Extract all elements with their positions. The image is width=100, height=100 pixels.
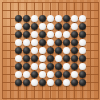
white-stone[interactable] [39,23,46,30]
grid-line [90,2,91,99]
black-stone[interactable] [63,71,70,78]
black-stone[interactable] [15,31,22,38]
white-stone[interactable] [31,63,38,70]
white-stone[interactable] [47,23,54,30]
white-stone[interactable] [63,31,70,38]
white-stone[interactable] [39,63,46,70]
white-stone[interactable] [47,79,54,86]
white-stone[interactable] [47,39,54,46]
black-stone[interactable] [39,31,46,38]
grid-line [2,90,99,91]
black-stone[interactable] [79,71,86,78]
black-stone[interactable] [71,39,78,46]
white-stone[interactable] [39,55,46,62]
white-stone[interactable] [31,39,38,46]
black-stone[interactable] [55,23,62,30]
black-stone[interactable] [47,55,54,62]
black-stone[interactable] [31,55,38,62]
white-stone[interactable] [23,71,30,78]
black-stone[interactable] [71,31,78,38]
white-stone[interactable] [63,47,70,54]
black-stone[interactable] [23,63,30,70]
white-stone[interactable] [55,15,62,22]
white-stone[interactable] [71,71,78,78]
white-stone[interactable] [31,15,38,22]
black-stone[interactable] [63,23,70,30]
white-stone[interactable] [71,23,78,30]
black-stone[interactable] [79,55,86,62]
black-stone[interactable] [23,31,30,38]
black-stone[interactable] [71,63,78,70]
white-stone[interactable] [15,55,22,62]
white-stone[interactable] [15,71,22,78]
white-stone[interactable] [39,47,46,54]
white-stone[interactable] [23,39,30,46]
white-stone[interactable] [79,47,86,54]
black-stone[interactable] [15,47,22,54]
black-stone[interactable] [55,79,62,86]
white-stone[interactable] [15,23,22,30]
black-stone[interactable] [15,63,22,70]
white-stone[interactable] [39,71,46,78]
go-board[interactable] [0,0,100,100]
black-stone[interactable] [23,55,30,62]
black-stone[interactable] [71,79,78,86]
white-stone[interactable] [63,63,70,70]
white-stone[interactable] [31,31,38,38]
white-stone[interactable] [31,79,38,86]
black-stone[interactable] [55,63,62,70]
black-stone[interactable] [31,23,38,30]
grid-line [2,98,99,99]
black-stone[interactable] [71,47,78,54]
black-stone[interactable] [79,23,86,30]
black-stone[interactable] [39,79,46,86]
white-stone[interactable] [71,15,78,22]
white-stone[interactable] [79,39,86,46]
white-stone[interactable] [79,63,86,70]
black-stone[interactable] [63,39,70,46]
black-stone[interactable] [47,63,54,70]
black-stone[interactable] [23,15,30,22]
white-stone[interactable] [47,71,54,78]
white-stone[interactable] [15,39,22,46]
white-stone[interactable] [47,15,54,22]
black-stone[interactable] [47,47,54,54]
white-stone[interactable] [63,79,70,86]
black-stone[interactable] [31,71,38,78]
black-stone[interactable] [23,79,30,86]
white-stone[interactable] [55,31,62,38]
black-stone[interactable] [23,23,30,30]
white-stone[interactable] [31,47,38,54]
black-stone[interactable] [79,31,86,38]
white-stone[interactable] [55,55,62,62]
black-stone[interactable] [63,15,70,22]
white-stone[interactable] [47,31,54,38]
black-stone[interactable] [71,55,78,62]
black-stone[interactable] [63,55,70,62]
black-stone[interactable] [39,15,46,22]
black-stone[interactable] [15,15,22,22]
black-stone[interactable] [79,79,86,86]
black-stone[interactable] [55,47,62,54]
black-stone[interactable] [55,71,62,78]
grid-line [98,2,99,99]
black-stone[interactable] [55,39,62,46]
black-stone[interactable] [23,47,30,54]
black-stone[interactable] [15,79,22,86]
black-stone[interactable] [39,39,46,46]
white-stone[interactable] [79,15,86,22]
